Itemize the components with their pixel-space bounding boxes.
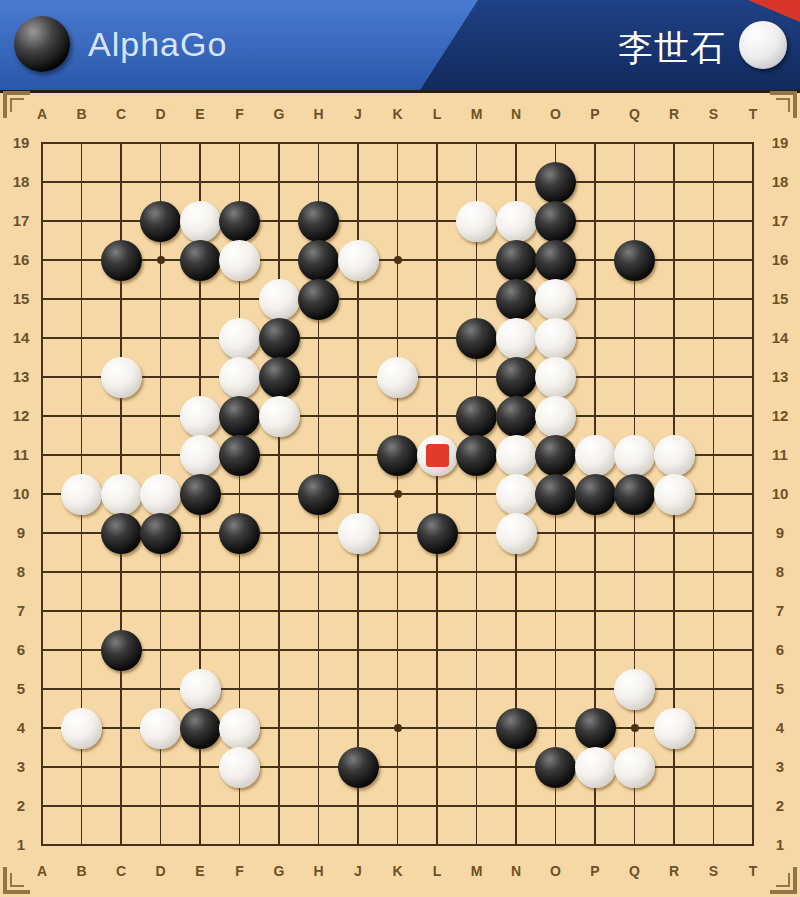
stone-white-O15 — [535, 279, 576, 320]
row-label-right: 15 — [765, 290, 795, 308]
row-label-right: 6 — [765, 641, 795, 659]
stone-white-E11 — [180, 435, 221, 476]
row-label-right: 3 — [765, 758, 795, 776]
stone-black-N15 — [496, 279, 537, 320]
stone-white-N17 — [496, 201, 537, 242]
stone-white-K13 — [377, 357, 418, 398]
row-label-right: 7 — [765, 602, 795, 620]
stone-black-H16 — [298, 240, 339, 281]
stone-black-E16 — [180, 240, 221, 281]
row-label-left: 5 — [6, 680, 36, 698]
stone-white-F3 — [219, 747, 260, 788]
stone-black-H10 — [298, 474, 339, 515]
stone-black-G14 — [259, 318, 300, 359]
stone-black-M11 — [456, 435, 497, 476]
stone-white-F16 — [219, 240, 260, 281]
frame-corner-bottom-left — [3, 867, 30, 894]
stone-black-M14 — [456, 318, 497, 359]
row-label-left: 7 — [6, 602, 36, 620]
row-label-left: 16 — [6, 251, 36, 269]
stone-black-E4 — [180, 708, 221, 749]
stone-black-O18 — [535, 162, 576, 203]
last-move-marker — [426, 444, 449, 467]
column-label-top: C — [110, 104, 132, 124]
stone-black-N13 — [496, 357, 537, 398]
column-label-bottom: O — [545, 861, 567, 881]
frame-corner-top-right — [770, 91, 797, 118]
column-label-bottom: L — [426, 861, 448, 881]
row-label-left: 13 — [6, 368, 36, 386]
stone-white-O12 — [535, 396, 576, 437]
column-label-bottom: R — [663, 861, 685, 881]
row-label-right: 11 — [765, 446, 795, 464]
row-label-left: 8 — [6, 563, 36, 581]
stone-black-F17 — [219, 201, 260, 242]
stone-black-E10 — [180, 474, 221, 515]
stone-white-R4 — [654, 708, 695, 749]
stone-black-O3 — [535, 747, 576, 788]
stone-black-O16 — [535, 240, 576, 281]
row-label-left: 14 — [6, 329, 36, 347]
column-label-bottom: A — [31, 861, 53, 881]
stone-white-J9 — [338, 513, 379, 554]
frame-corner-bottom-right — [770, 867, 797, 894]
player-name-black: AlphaGo — [88, 25, 227, 64]
stone-white-O14 — [535, 318, 576, 359]
row-label-right: 2 — [765, 797, 795, 815]
column-label-bottom: B — [71, 861, 93, 881]
stone-white-N14 — [496, 318, 537, 359]
row-label-right: 16 — [765, 251, 795, 269]
stone-white-M17 — [456, 201, 497, 242]
grid-line-horizontal — [41, 844, 754, 846]
frame-corner-top-left — [3, 91, 30, 118]
stone-black-P4 — [575, 708, 616, 749]
stone-white-J16 — [338, 240, 379, 281]
column-label-top: G — [268, 104, 290, 124]
stone-black-K11 — [377, 435, 418, 476]
stone-black-N16 — [496, 240, 537, 281]
row-label-left: 10 — [6, 485, 36, 503]
column-label-bottom: D — [150, 861, 172, 881]
stone-black-O11 — [535, 435, 576, 476]
stone-white-C10 — [101, 474, 142, 515]
column-label-bottom: H — [308, 861, 330, 881]
column-label-bottom: G — [268, 861, 290, 881]
row-label-left: 18 — [6, 173, 36, 191]
row-label-right: 18 — [765, 173, 795, 191]
black-stone-icon — [14, 16, 70, 72]
column-label-top: H — [308, 104, 330, 124]
go-board[interactable]: AA1919BB1818CC1717DD1616EE1515FF1414GG13… — [0, 93, 800, 897]
stone-black-F11 — [219, 435, 260, 476]
column-label-bottom: T — [742, 861, 764, 881]
stone-black-Q16 — [614, 240, 655, 281]
grid-line-vertical — [436, 142, 438, 846]
column-label-top: M — [466, 104, 488, 124]
stone-black-P10 — [575, 474, 616, 515]
stone-black-O10 — [535, 474, 576, 515]
stone-white-E12 — [180, 396, 221, 437]
stone-white-D4 — [140, 708, 181, 749]
stone-white-O13 — [535, 357, 576, 398]
row-label-right: 17 — [765, 212, 795, 230]
stone-white-Q5 — [614, 669, 655, 710]
column-label-top: B — [71, 104, 93, 124]
stone-black-N4 — [496, 708, 537, 749]
row-label-right: 13 — [765, 368, 795, 386]
stone-white-F13 — [219, 357, 260, 398]
grid-line-horizontal — [41, 610, 754, 612]
stone-white-N9 — [496, 513, 537, 554]
column-label-bottom: F — [229, 861, 251, 881]
row-label-left: 15 — [6, 290, 36, 308]
column-label-top: O — [545, 104, 567, 124]
stone-white-B4 — [61, 708, 102, 749]
column-label-top: S — [703, 104, 725, 124]
column-label-top: D — [150, 104, 172, 124]
stone-black-N12 — [496, 396, 537, 437]
stone-black-D17 — [140, 201, 181, 242]
column-label-bottom: S — [703, 861, 725, 881]
stone-white-F4 — [219, 708, 260, 749]
row-label-left: 3 — [6, 758, 36, 776]
player-name-white: 李世石 — [618, 25, 726, 72]
row-label-right: 5 — [765, 680, 795, 698]
star-point — [394, 490, 402, 498]
row-label-left: 1 — [6, 836, 36, 854]
column-label-top: R — [663, 104, 685, 124]
column-label-bottom: E — [189, 861, 211, 881]
stone-black-O17 — [535, 201, 576, 242]
stone-white-F14 — [219, 318, 260, 359]
column-label-bottom: N — [505, 861, 527, 881]
column-label-top: J — [347, 104, 369, 124]
stone-white-N11 — [496, 435, 537, 476]
match-header: AlphaGo 李世石 — [0, 0, 800, 90]
stone-white-Q11 — [614, 435, 655, 476]
grid-line-horizontal — [41, 571, 754, 573]
column-label-bottom: Q — [624, 861, 646, 881]
column-label-bottom: M — [466, 861, 488, 881]
row-label-left: 11 — [6, 446, 36, 464]
stone-black-C16 — [101, 240, 142, 281]
stone-white-R10 — [654, 474, 695, 515]
column-label-top: L — [426, 104, 448, 124]
row-label-right: 4 — [765, 719, 795, 737]
stone-black-J3 — [338, 747, 379, 788]
star-point — [394, 724, 402, 732]
grid-line-vertical — [476, 142, 478, 846]
stone-black-C9 — [101, 513, 142, 554]
stone-black-F12 — [219, 396, 260, 437]
column-label-top: E — [189, 104, 211, 124]
row-label-left: 12 — [6, 407, 36, 425]
stone-black-L9 — [417, 513, 458, 554]
row-label-left: 17 — [6, 212, 36, 230]
stone-white-G12 — [259, 396, 300, 437]
star-point — [631, 724, 639, 732]
stone-black-M12 — [456, 396, 497, 437]
grid-line-horizontal — [41, 649, 754, 651]
stone-black-F9 — [219, 513, 260, 554]
grid-line-vertical — [752, 142, 754, 846]
column-label-bottom: P — [584, 861, 606, 881]
stone-black-Q10 — [614, 474, 655, 515]
column-label-top: A — [31, 104, 53, 124]
header-corner-accent — [748, 0, 800, 22]
white-stone-icon — [739, 21, 787, 69]
stone-black-C6 — [101, 630, 142, 671]
column-label-bottom: C — [110, 861, 132, 881]
column-label-top: F — [229, 104, 251, 124]
column-label-top: K — [387, 104, 409, 124]
stone-white-C13 — [101, 357, 142, 398]
stone-black-H15 — [298, 279, 339, 320]
stone-black-H17 — [298, 201, 339, 242]
column-label-bottom: K — [387, 861, 409, 881]
row-label-right: 8 — [765, 563, 795, 581]
stone-white-R11 — [654, 435, 695, 476]
stone-white-E5 — [180, 669, 221, 710]
row-label-right: 9 — [765, 524, 795, 542]
row-label-left: 4 — [6, 719, 36, 737]
row-label-left: 19 — [6, 134, 36, 152]
stone-white-N10 — [496, 474, 537, 515]
stone-white-P3 — [575, 747, 616, 788]
stone-white-G15 — [259, 279, 300, 320]
alphago-match-screen: AlphaGo 李世石 AA1919BB1818CC1717DD1616EE15… — [0, 0, 800, 897]
stone-white-E17 — [180, 201, 221, 242]
row-label-left: 9 — [6, 524, 36, 542]
column-label-top: N — [505, 104, 527, 124]
star-point — [394, 256, 402, 264]
row-label-left: 6 — [6, 641, 36, 659]
column-label-bottom: J — [347, 861, 369, 881]
stone-black-D9 — [140, 513, 181, 554]
stone-white-P11 — [575, 435, 616, 476]
stone-white-B10 — [61, 474, 102, 515]
stone-white-Q3 — [614, 747, 655, 788]
star-point — [157, 256, 165, 264]
row-label-right: 12 — [765, 407, 795, 425]
grid-line-vertical — [713, 142, 715, 846]
row-label-right: 10 — [765, 485, 795, 503]
grid-line-horizontal — [41, 805, 754, 807]
row-label-right: 14 — [765, 329, 795, 347]
column-label-top: Q — [624, 104, 646, 124]
row-label-right: 1 — [765, 836, 795, 854]
column-label-top: P — [584, 104, 606, 124]
stone-white-D10 — [140, 474, 181, 515]
row-label-right: 19 — [765, 134, 795, 152]
column-label-top: T — [742, 104, 764, 124]
row-label-left: 2 — [6, 797, 36, 815]
stone-black-G13 — [259, 357, 300, 398]
